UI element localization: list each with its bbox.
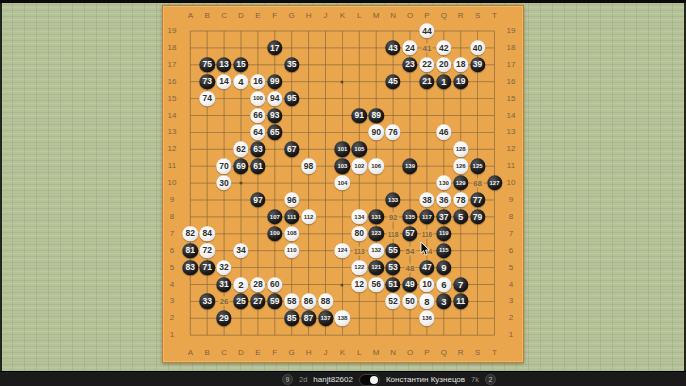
- row-label-right: 19: [507, 27, 516, 35]
- row-label-right: 18: [507, 44, 516, 52]
- mouse-cursor: [420, 242, 430, 256]
- column-label-bottom: F: [272, 349, 277, 357]
- row-label-right: 13: [507, 128, 516, 136]
- row-label-right: 3: [509, 297, 513, 305]
- column-label-bottom: N: [390, 349, 396, 357]
- column-label-bottom: Q: [441, 349, 447, 357]
- black-rank: 2d: [299, 375, 307, 384]
- column-label-bottom: L: [357, 349, 361, 357]
- column-label-bottom: M: [373, 349, 380, 357]
- row-label-right: 7: [509, 230, 513, 238]
- column-label-bottom: G: [289, 349, 295, 357]
- column-label-bottom: S: [475, 349, 480, 357]
- row-label-left: 4: [170, 281, 174, 289]
- column-label-bottom: H: [306, 349, 312, 357]
- column-label-top: Q: [441, 12, 447, 20]
- column-label-top: R: [458, 12, 464, 20]
- row-label-left: 10: [168, 179, 177, 187]
- row-label-left: 1: [170, 331, 174, 339]
- black-captures-badge: 9: [282, 374, 293, 385]
- column-label-bottom: T: [492, 349, 497, 357]
- row-label-left: 12: [168, 145, 177, 153]
- column-label-top: A: [188, 12, 193, 20]
- column-label-bottom: E: [255, 349, 260, 357]
- captured-stone-number: 92: [388, 212, 399, 221]
- white-rank: 7k: [471, 375, 479, 384]
- captured-stone-number: 26: [219, 297, 230, 306]
- row-label-left: 16: [168, 78, 177, 86]
- captured-stone-number: 116: [421, 229, 434, 238]
- row-label-left: 5: [170, 264, 174, 272]
- column-label-bottom: C: [221, 349, 227, 357]
- column-label-top: J: [324, 12, 328, 20]
- row-label-left: 6: [170, 247, 174, 255]
- row-label-right: 5: [509, 264, 513, 272]
- turn-indicator-toggle[interactable]: [359, 374, 380, 386]
- tatami-background: AABBCCDDEEFFGGHHJJKKLLMMNNOOPPQQRRSSTT19…: [0, 0, 686, 386]
- column-label-top: B: [205, 12, 210, 20]
- column-label-top: F: [272, 12, 277, 20]
- row-label-right: 17: [507, 61, 516, 69]
- column-label-bottom: O: [407, 349, 413, 357]
- go-board[interactable]: AABBCCDDEEFFGGHHJJKKLLMMNNOOPPQQRRSSTT19…: [162, 5, 524, 363]
- column-label-top: L: [357, 12, 361, 20]
- column-label-top: S: [475, 12, 480, 20]
- row-label-right: 4: [509, 281, 513, 289]
- row-label-right: 14: [507, 112, 516, 120]
- column-label-top: T: [492, 12, 497, 20]
- star-point: [341, 80, 344, 83]
- row-label-left: 19: [168, 27, 177, 35]
- row-label-left: 11: [168, 162, 176, 170]
- column-label-bottom: R: [458, 349, 464, 357]
- column-label-top: P: [424, 12, 429, 20]
- captured-stone-number: 113: [353, 246, 366, 255]
- star-point: [240, 182, 243, 185]
- captured-stone-number: 41: [421, 43, 432, 52]
- column-label-top: G: [289, 12, 295, 20]
- row-label-right: 1: [509, 331, 513, 339]
- row-label-right: 2: [509, 314, 513, 322]
- row-label-right: 6: [509, 247, 513, 255]
- row-label-left: 8: [170, 213, 174, 221]
- column-label-top: D: [238, 12, 244, 20]
- captured-stone-number: 54: [405, 246, 416, 255]
- column-label-top: N: [390, 12, 396, 20]
- row-label-left: 13: [168, 128, 177, 136]
- black-player-name: hanjt82602: [313, 375, 353, 384]
- row-label-left: 3: [170, 297, 174, 305]
- left-letterbox-edge: [0, 0, 2, 386]
- captured-stone-number: 68: [472, 179, 483, 188]
- column-label-top: O: [407, 12, 413, 20]
- white-player-name: Константин Кузнецов: [386, 375, 465, 384]
- column-label-top: E: [255, 12, 260, 20]
- status-bar: 9 2d hanjt82602 Константин Кузнецов 7k 2: [0, 371, 686, 386]
- star-point: [341, 283, 344, 286]
- row-label-right: 9: [509, 196, 513, 204]
- column-label-top: K: [340, 12, 345, 20]
- row-label-left: 14: [168, 112, 177, 120]
- row-label-right: 12: [507, 145, 516, 153]
- column-label-bottom: A: [188, 349, 193, 357]
- row-label-left: 7: [170, 230, 174, 238]
- column-label-bottom: J: [324, 349, 328, 357]
- row-label-left: 9: [170, 196, 174, 204]
- row-label-right: 10: [507, 179, 516, 187]
- column-label-top: C: [221, 12, 227, 20]
- row-label-right: 15: [507, 95, 516, 103]
- row-label-right: 11: [507, 162, 515, 170]
- column-label-bottom: D: [238, 349, 244, 357]
- row-label-right: 8: [509, 213, 513, 221]
- captured-stone-number: 118: [387, 229, 400, 238]
- row-label-left: 15: [168, 95, 177, 103]
- white-stone-knob: [370, 376, 378, 384]
- column-label-top: M: [373, 12, 380, 20]
- column-label-bottom: P: [424, 349, 429, 357]
- top-letterbox-edge: [0, 0, 686, 3]
- row-label-right: 16: [507, 78, 516, 86]
- column-label-bottom: K: [340, 349, 345, 357]
- white-captures-badge: 2: [485, 374, 496, 385]
- row-label-left: 17: [168, 61, 177, 69]
- column-label-top: H: [306, 12, 312, 20]
- row-label-left: 18: [168, 44, 177, 52]
- captured-stone-number: 48: [405, 263, 416, 272]
- column-label-bottom: B: [205, 349, 210, 357]
- row-label-left: 2: [170, 314, 174, 322]
